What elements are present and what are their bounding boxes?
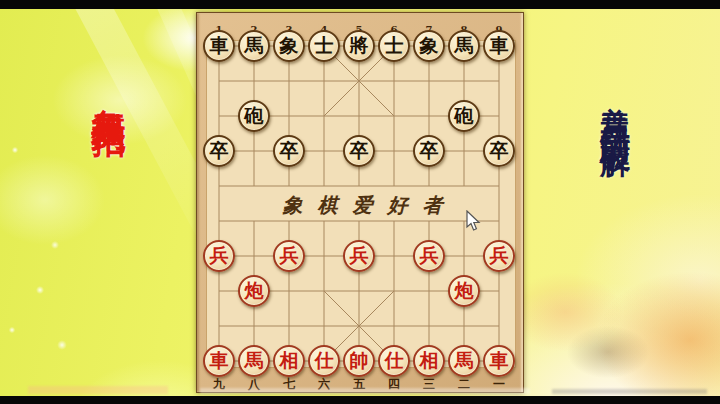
xiangqi-piece-black[interactable]: 卒	[343, 135, 375, 167]
xiangqi-piece-red[interactable]: 兵	[203, 240, 235, 272]
xiangqi-piece-black[interactable]: 卒	[483, 135, 515, 167]
xiangqi-piece-red[interactable]: 兵	[273, 240, 305, 272]
board-coordinate-bottom: 五	[350, 376, 368, 393]
board-coordinate-bottom: 一	[490, 376, 508, 393]
xiangqi-piece-black[interactable]: 車	[203, 30, 235, 62]
board-coordinate-bottom: 八	[245, 376, 263, 393]
xiangqi-piece-red[interactable]: 車	[203, 345, 235, 377]
left-title-vertical: 象棋开局绝招	[86, 82, 132, 100]
board-coordinate-bottom: 四	[385, 376, 403, 393]
xiangqi-piece-black[interactable]: 象	[413, 30, 445, 62]
xiangqi-piece-red[interactable]: 馬	[448, 345, 480, 377]
xiangqi-piece-black[interactable]: 將	[343, 30, 375, 62]
xiangqi-piece-red[interactable]: 馬	[238, 345, 270, 377]
xiangqi-piece-red[interactable]: 兵	[413, 240, 445, 272]
faint-watermark	[552, 389, 707, 394]
letterbox-bottom	[0, 396, 720, 404]
xiangqi-piece-black[interactable]: 馬	[448, 30, 480, 62]
xiangqi-piece-black[interactable]: 砲	[448, 100, 480, 132]
xiangqi-piece-black[interactable]: 車	[483, 30, 515, 62]
xiangqi-piece-red[interactable]: 仕	[378, 345, 410, 377]
river-text: 象棋爱好者	[197, 192, 523, 219]
board-coordinate-bottom: 二	[455, 376, 473, 393]
board-coordinate-bottom: 三	[420, 376, 438, 393]
xiangqi-piece-black[interactable]: 象	[273, 30, 305, 62]
xiangqi-piece-black[interactable]: 士	[308, 30, 340, 62]
xiangqi-piece-black[interactable]: 卒	[273, 135, 305, 167]
letterbox-top	[0, 0, 720, 9]
xiangqi-piece-red[interactable]: 炮	[238, 275, 270, 307]
xiangqi-piece-black[interactable]: 士	[378, 30, 410, 62]
xiangqi-piece-red[interactable]: 炮	[448, 275, 480, 307]
video-frame: 象棋开局绝招 盖马三锤的破解	[0, 0, 720, 404]
board-coordinate-bottom: 九	[210, 376, 228, 393]
board-coordinate-bottom: 六	[315, 376, 333, 393]
xiangqi-piece-red[interactable]: 兵	[343, 240, 375, 272]
board-coordinate-bottom: 七	[280, 376, 298, 393]
xiangqi-piece-black[interactable]: 卒	[413, 135, 445, 167]
xiangqi-piece-black[interactable]: 馬	[238, 30, 270, 62]
right-title-vertical: 盖马三锤的破解	[594, 82, 635, 131]
xiangqi-piece-red[interactable]: 車	[483, 345, 515, 377]
xiangqi-piece-black[interactable]: 砲	[238, 100, 270, 132]
xiangqi-piece-red[interactable]: 相	[413, 345, 445, 377]
xiangqi-piece-red[interactable]: 仕	[308, 345, 340, 377]
xiangqi-piece-red[interactable]: 帥	[343, 345, 375, 377]
xiangqi-piece-black[interactable]: 卒	[203, 135, 235, 167]
faint-watermark	[28, 386, 168, 394]
xiangqi-board[interactable]: 123456789 九八七六五四三二一 象棋爱好者 車馬象士將士象馬車砲砲卒卒卒…	[196, 12, 524, 393]
xiangqi-piece-red[interactable]: 相	[273, 345, 305, 377]
xiangqi-piece-red[interactable]: 兵	[483, 240, 515, 272]
